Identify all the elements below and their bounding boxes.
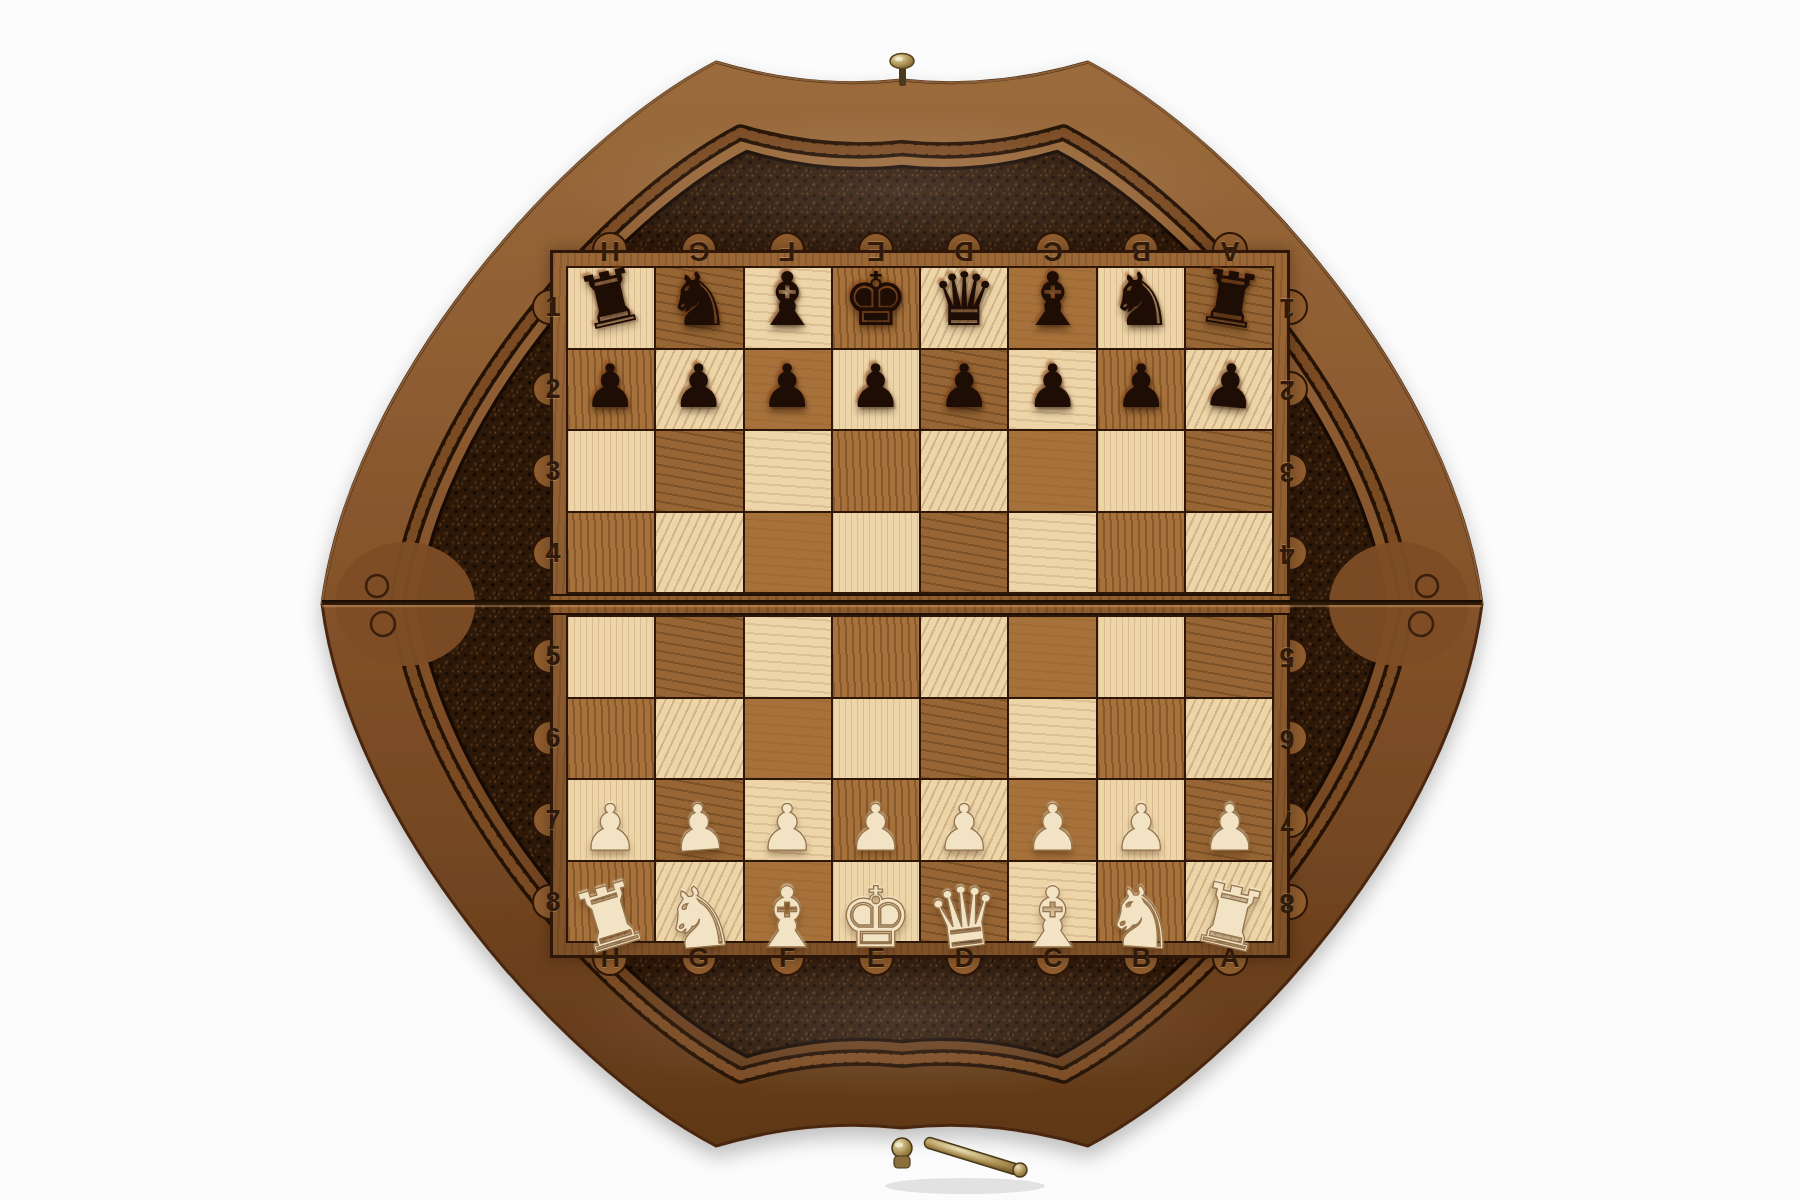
square-c4[interactable] [1009, 513, 1095, 593]
rank-label-left-2: 2 [545, 374, 560, 405]
square-g3[interactable] [656, 431, 742, 511]
rank-label-left-4: 4 [545, 538, 560, 569]
piece-dark-pawn-e2[interactable]: ♟ [849, 356, 903, 416]
rank-label-right-1: 1 [1279, 292, 1294, 323]
square-c3[interactable] [1009, 431, 1095, 511]
square-h5[interactable] [568, 617, 654, 697]
square-b4[interactable] [1098, 513, 1184, 593]
square-d5[interactable] [921, 617, 1007, 697]
square-b3[interactable] [1098, 431, 1184, 511]
square-d6[interactable] [921, 699, 1007, 779]
rank-label-right-5: 5 [1279, 641, 1294, 672]
rank-label-left-1: 1 [545, 292, 560, 323]
rank-label-left-3: 3 [545, 456, 560, 487]
square-g4[interactable] [656, 513, 742, 593]
square-b6[interactable] [1098, 699, 1184, 779]
piece-dark-pawn-b2[interactable]: ♟ [1114, 356, 1168, 416]
piece-light-king-e8[interactable]: ♚ [838, 876, 913, 960]
rank-label-right-7: 7 [1279, 805, 1294, 836]
piece-dark-rook-a1[interactable]: ♜ [1191, 257, 1268, 340]
square-d3[interactable] [921, 431, 1007, 511]
piece-dark-knight-b1[interactable]: ♞ [1108, 262, 1174, 336]
square-e4[interactable] [833, 513, 919, 593]
piece-light-pawn-f7[interactable]: ♟ [759, 796, 816, 860]
piece-light-knight-g8[interactable]: ♞ [658, 873, 740, 963]
piece-dark-king-e1[interactable]: ♚ [843, 262, 909, 336]
piece-light-pawn-d7[interactable]: ♟ [936, 796, 993, 860]
fold-seam [322, 600, 1482, 605]
square-h4[interactable] [568, 513, 654, 593]
piece-light-bishop-f8[interactable]: ♝ [750, 876, 825, 960]
piece-light-bishop-c8[interactable]: ♝ [1015, 876, 1090, 960]
square-g6[interactable] [656, 699, 742, 779]
rank-label-right-3: 3 [1279, 456, 1294, 487]
square-f4[interactable] [745, 513, 831, 593]
piece-dark-knight-g1[interactable]: ♞ [666, 262, 732, 336]
photo-stage: HHGGFFEEDDCCBBAA1122334455667788 ♜♞♝♚♛♝♞… [0, 0, 1800, 1200]
piece-dark-bishop-f1[interactable]: ♝ [754, 262, 820, 336]
square-a6[interactable] [1186, 699, 1272, 779]
piece-light-pawn-g7[interactable]: ♟ [668, 794, 730, 862]
rank-label-right-8: 8 [1279, 887, 1294, 918]
piece-light-knight-b8[interactable]: ♞ [1101, 873, 1182, 962]
square-e3[interactable] [833, 431, 919, 511]
square-a4[interactable] [1186, 513, 1272, 593]
rank-label-right-6: 6 [1279, 723, 1294, 754]
square-c5[interactable] [1009, 617, 1095, 697]
piece-light-queen-d8[interactable]: ♛ [922, 872, 1007, 965]
square-h6[interactable] [568, 699, 654, 779]
rank-label-right-4: 4 [1279, 538, 1294, 569]
piece-dark-pawn-a2[interactable]: ♟ [1200, 354, 1259, 418]
square-f3[interactable] [745, 431, 831, 511]
square-a3[interactable] [1186, 431, 1272, 511]
piece-dark-queen-d1[interactable]: ♛ [931, 262, 997, 336]
rank-label-left-6: 6 [545, 723, 560, 754]
square-d4[interactable] [921, 513, 1007, 593]
square-c6[interactable] [1009, 699, 1095, 779]
square-h3[interactable] [568, 431, 654, 511]
rank-label-left-8: 8 [545, 887, 560, 918]
rank-label-left-5: 5 [545, 641, 560, 672]
bottom-clasp [885, 1136, 1045, 1194]
piece-light-pawn-h7[interactable]: ♟ [582, 796, 639, 860]
piece-dark-pawn-c2[interactable]: ♟ [1026, 356, 1080, 416]
square-b5[interactable] [1098, 617, 1184, 697]
square-f5[interactable] [745, 617, 831, 697]
square-e6[interactable] [833, 699, 919, 779]
rank-label-right-2: 2 [1279, 374, 1294, 405]
piece-dark-pawn-d2[interactable]: ♟ [937, 356, 991, 416]
square-g5[interactable] [656, 617, 742, 697]
piece-light-pawn-c7[interactable]: ♟ [1024, 796, 1081, 860]
square-e5[interactable] [833, 617, 919, 697]
piece-dark-pawn-g2[interactable]: ♟ [672, 356, 726, 416]
piece-dark-pawn-f2[interactable]: ♟ [760, 356, 814, 416]
piece-light-pawn-a7[interactable]: ♟ [1201, 796, 1258, 860]
piece-dark-bishop-c1[interactable]: ♝ [1020, 262, 1086, 336]
piece-light-pawn-b7[interactable]: ♟ [1113, 796, 1170, 860]
rank-label-left-7: 7 [545, 805, 560, 836]
piece-light-pawn-e7[interactable]: ♟ [847, 796, 904, 860]
square-f6[interactable] [745, 699, 831, 779]
piece-dark-pawn-h2[interactable]: ♟ [583, 356, 637, 416]
square-a5[interactable] [1186, 617, 1272, 697]
